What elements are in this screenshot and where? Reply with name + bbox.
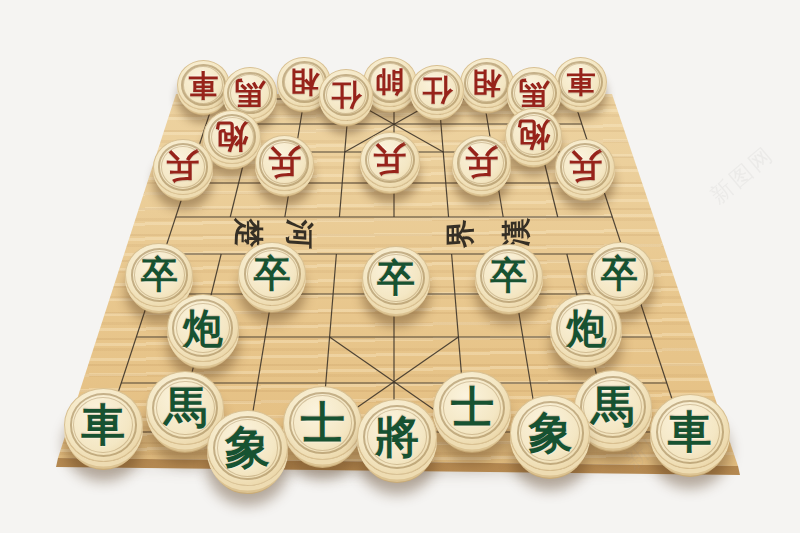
piece-glyph: 士	[451, 386, 494, 429]
piece-red-cannon[interactable]: 炮	[203, 110, 261, 164]
piece-glyph: 兵	[569, 150, 602, 183]
piece-glyph: 卒	[141, 256, 178, 293]
piece-glyph: 兵	[166, 150, 199, 183]
piece-red-chariot[interactable]: 車	[554, 57, 608, 107]
piece-glyph: 炮	[518, 119, 550, 151]
piece-red-soldier[interactable]: 兵	[153, 139, 213, 195]
piece-green-advisor[interactable]: 士	[283, 386, 362, 460]
piece-green-chariot[interactable]: 車	[650, 394, 730, 469]
piece-green-soldier[interactable]: 卒	[362, 246, 430, 310]
piece-glyph: 帥	[375, 67, 404, 96]
piece-glyph: 相	[290, 67, 319, 96]
piece-green-general[interactable]: 將	[357, 399, 437, 474]
piece-glyph: 卒	[254, 255, 291, 292]
pieces-layer: 車馬相仕帥仕相馬車炮炮兵兵兵兵兵卒卒卒卒卒炮炮車馬象士將士象馬車	[0, 0, 800, 533]
piece-glyph: 仕	[331, 80, 361, 110]
piece-glyph: 馬	[164, 386, 207, 429]
piece-red-soldier[interactable]: 兵	[452, 135, 512, 191]
piece-green-soldier[interactable]: 卒	[125, 243, 193, 307]
piece-glyph: 兵	[373, 143, 406, 176]
xiangqi-photo-scene: 楚 河 界 漢 新图网 新图网 新图网 車馬相仕帥仕相馬車炮炮兵兵兵兵兵卒卒卒卒…	[0, 0, 800, 533]
piece-glyph: 炮	[183, 308, 223, 348]
piece-glyph: 車	[566, 67, 595, 96]
piece-green-cannon[interactable]: 炮	[550, 294, 622, 362]
piece-glyph: 馬	[519, 78, 549, 108]
piece-glyph: 車	[188, 70, 218, 100]
piece-glyph: 兵	[465, 146, 498, 179]
piece-green-elephant[interactable]: 象	[510, 395, 590, 470]
piece-glyph: 馬	[591, 385, 634, 428]
piece-green-cannon[interactable]: 炮	[167, 294, 239, 362]
piece-glyph: 卒	[490, 257, 527, 294]
piece-green-advisor[interactable]: 士	[433, 371, 511, 444]
piece-red-soldier[interactable]: 兵	[360, 132, 419, 188]
piece-glyph: 卒	[601, 255, 638, 292]
piece-glyph: 士	[301, 401, 345, 445]
piece-red-soldier[interactable]: 兵	[255, 135, 315, 191]
piece-glyph: 象	[528, 411, 572, 455]
piece-green-chariot[interactable]: 車	[64, 388, 143, 463]
piece-glyph: 卒	[377, 259, 415, 297]
piece-glyph: 仕	[422, 75, 452, 105]
piece-red-elephant[interactable]: 相	[460, 58, 514, 108]
piece-red-advisor[interactable]: 仕	[319, 69, 374, 120]
piece-glyph: 車	[81, 403, 125, 447]
piece-glyph: 象	[225, 425, 270, 470]
piece-glyph: 車	[668, 410, 712, 454]
piece-green-soldier[interactable]: 卒	[238, 242, 306, 306]
piece-red-cannon[interactable]: 炮	[505, 108, 563, 162]
piece-glyph: 炮	[216, 121, 248, 153]
piece-green-soldier[interactable]: 卒	[475, 244, 543, 308]
piece-glyph: 將	[375, 415, 419, 459]
piece-glyph: 炮	[566, 308, 606, 348]
piece-glyph: 兵	[268, 146, 301, 179]
piece-glyph: 相	[472, 68, 501, 97]
piece-red-chariot[interactable]: 車	[177, 60, 231, 111]
piece-glyph: 馬	[235, 78, 265, 108]
piece-red-soldier[interactable]: 兵	[555, 139, 615, 195]
piece-green-elephant[interactable]: 象	[207, 410, 288, 486]
piece-red-advisor[interactable]: 仕	[410, 65, 464, 116]
